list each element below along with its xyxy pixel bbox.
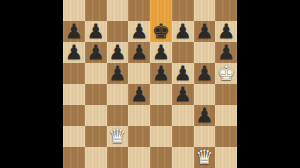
- chess-board[interactable]: ♟♟♟♚♟♟♟♟♟♟♟♟♟♟♟♟♟♚♟♟♟♛♛: [63, 0, 237, 168]
- black-pawn[interactable]: ♟: [108, 63, 126, 83]
- square-b4[interactable]: [85, 84, 107, 105]
- square-d1[interactable]: [128, 147, 150, 168]
- square-a4[interactable]: [63, 84, 85, 105]
- square-f1[interactable]: [172, 147, 194, 168]
- square-a2[interactable]: [63, 126, 85, 147]
- black-pawn[interactable]: ♟: [195, 105, 213, 125]
- black-pawn[interactable]: ♟: [130, 84, 148, 104]
- white-queen[interactable]: ♛: [195, 147, 213, 167]
- square-a6[interactable]: ♟: [63, 42, 85, 63]
- square-h5[interactable]: ♚: [215, 63, 237, 84]
- letterbox-left: [0, 0, 63, 168]
- square-f7[interactable]: ♟: [172, 21, 194, 42]
- square-b2[interactable]: [85, 126, 107, 147]
- square-g5[interactable]: ♟: [194, 63, 216, 84]
- black-pawn[interactable]: ♟: [65, 42, 83, 62]
- square-f4[interactable]: ♟: [172, 84, 194, 105]
- square-c4[interactable]: [107, 84, 129, 105]
- square-e3[interactable]: [150, 105, 172, 126]
- square-d2[interactable]: [128, 126, 150, 147]
- black-king[interactable]: ♚: [152, 21, 170, 41]
- black-pawn[interactable]: ♟: [130, 42, 148, 62]
- square-c5[interactable]: ♟: [107, 63, 129, 84]
- black-pawn[interactable]: ♟: [130, 21, 148, 41]
- black-pawn[interactable]: ♟: [87, 21, 105, 41]
- square-d3[interactable]: [128, 105, 150, 126]
- square-c8[interactable]: [107, 0, 129, 21]
- black-pawn[interactable]: ♟: [87, 42, 105, 62]
- square-d4[interactable]: ♟: [128, 84, 150, 105]
- black-pawn[interactable]: ♟: [217, 21, 235, 41]
- square-g1[interactable]: ♛: [194, 147, 216, 168]
- black-pawn[interactable]: ♟: [65, 21, 83, 41]
- square-e5[interactable]: ♟: [150, 63, 172, 84]
- square-a1[interactable]: [63, 147, 85, 168]
- black-pawn[interactable]: ♟: [174, 63, 192, 83]
- black-pawn[interactable]: ♟: [195, 63, 213, 83]
- letterbox-right: [237, 0, 300, 168]
- square-b6[interactable]: ♟: [85, 42, 107, 63]
- square-b3[interactable]: [85, 105, 107, 126]
- white-king[interactable]: ♚: [217, 63, 235, 83]
- square-h4[interactable]: [215, 84, 237, 105]
- black-pawn[interactable]: ♟: [152, 63, 170, 83]
- square-e1[interactable]: [150, 147, 172, 168]
- square-d6[interactable]: ♟: [128, 42, 150, 63]
- black-pawn[interactable]: ♟: [174, 84, 192, 104]
- square-h2[interactable]: [215, 126, 237, 147]
- game-stage: ♟♟♟♚♟♟♟♟♟♟♟♟♟♟♟♟♟♚♟♟♟♛♛: [0, 0, 300, 168]
- square-h3[interactable]: [215, 105, 237, 126]
- black-pawn[interactable]: ♟: [195, 21, 213, 41]
- square-f2[interactable]: [172, 126, 194, 147]
- square-c1[interactable]: [107, 147, 129, 168]
- black-pawn[interactable]: ♟: [174, 21, 192, 41]
- black-pawn[interactable]: ♟: [217, 42, 235, 62]
- black-pawn[interactable]: ♟: [152, 42, 170, 62]
- square-g7[interactable]: ♟: [194, 21, 216, 42]
- square-b5[interactable]: [85, 63, 107, 84]
- square-a3[interactable]: [63, 105, 85, 126]
- square-c2[interactable]: ♛: [107, 126, 129, 147]
- black-pawn[interactable]: ♟: [108, 42, 126, 62]
- square-b1[interactable]: [85, 147, 107, 168]
- square-h1[interactable]: [215, 147, 237, 168]
- square-e2[interactable]: [150, 126, 172, 147]
- square-e4[interactable]: [150, 84, 172, 105]
- white-queen[interactable]: ♛: [108, 126, 126, 146]
- square-a5[interactable]: [63, 63, 85, 84]
- square-f3[interactable]: [172, 105, 194, 126]
- square-g3[interactable]: ♟: [194, 105, 216, 126]
